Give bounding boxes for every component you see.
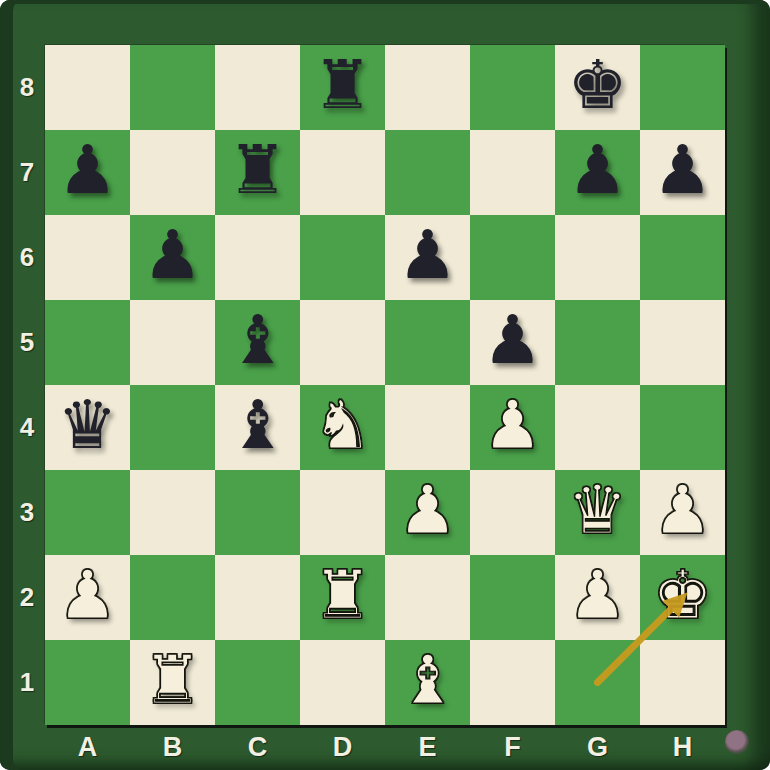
square-d1[interactable] [300, 640, 385, 725]
square-b3[interactable] [130, 470, 215, 555]
square-h1[interactable] [640, 640, 725, 725]
black-king-g8[interactable]: ♚ [555, 43, 640, 128]
square-b2[interactable] [130, 555, 215, 640]
square-c4[interactable]: ♝ [215, 385, 300, 470]
square-b7[interactable] [130, 130, 215, 215]
square-c7[interactable]: ♜ [215, 130, 300, 215]
black-pawn-e6[interactable]: ♟ [385, 213, 470, 298]
rank-labels: 87654321 [0, 45, 45, 725]
square-h6[interactable] [640, 215, 725, 300]
black-pawn-b6[interactable]: ♟ [130, 213, 215, 298]
square-g5[interactable] [555, 300, 640, 385]
square-g6[interactable] [555, 215, 640, 300]
square-e6[interactable]: ♟ [385, 215, 470, 300]
square-f6[interactable] [470, 215, 555, 300]
square-e5[interactable] [385, 300, 470, 385]
white-knight-d4[interactable]: ♞ [300, 383, 385, 468]
square-a2[interactable]: ♟ [45, 555, 130, 640]
square-a8[interactable] [45, 45, 130, 130]
square-h4[interactable] [640, 385, 725, 470]
white-rook-d2[interactable]: ♜ [300, 553, 385, 638]
black-queen-a4[interactable]: ♛ [45, 383, 130, 468]
square-d6[interactable] [300, 215, 385, 300]
square-d7[interactable] [300, 130, 385, 215]
square-e4[interactable] [385, 385, 470, 470]
corner-dot [725, 730, 749, 754]
square-b1[interactable]: ♜ [130, 640, 215, 725]
rank-label-4: 4 [0, 385, 45, 470]
file-label-f: F [470, 725, 555, 770]
black-bishop-c5[interactable]: ♝ [215, 298, 300, 383]
file-label-c: C [215, 725, 300, 770]
black-rook-d8[interactable]: ♜ [300, 43, 385, 128]
square-e1[interactable]: ♝ [385, 640, 470, 725]
square-h3[interactable]: ♟ [640, 470, 725, 555]
square-g4[interactable] [555, 385, 640, 470]
file-labels: ABCDEFGH [45, 725, 725, 770]
rank-label-8: 8 [0, 45, 45, 130]
black-rook-c7[interactable]: ♜ [215, 128, 300, 213]
white-queen-g3[interactable]: ♛ [555, 468, 640, 553]
square-b8[interactable] [130, 45, 215, 130]
square-e8[interactable] [385, 45, 470, 130]
white-pawn-e3[interactable]: ♟ [385, 468, 470, 553]
rank-label-6: 6 [0, 215, 45, 300]
square-d8[interactable]: ♜ [300, 45, 385, 130]
square-b5[interactable] [130, 300, 215, 385]
black-pawn-a7[interactable]: ♟ [45, 128, 130, 213]
square-e2[interactable] [385, 555, 470, 640]
square-f7[interactable] [470, 130, 555, 215]
white-pawn-g2[interactable]: ♟ [555, 553, 640, 638]
square-f1[interactable] [470, 640, 555, 725]
rank-label-2: 2 [0, 555, 45, 640]
square-c3[interactable] [215, 470, 300, 555]
file-label-e: E [385, 725, 470, 770]
square-f4[interactable]: ♟ [470, 385, 555, 470]
square-g7[interactable]: ♟ [555, 130, 640, 215]
square-b6[interactable]: ♟ [130, 215, 215, 300]
square-f5[interactable]: ♟ [470, 300, 555, 385]
square-h5[interactable] [640, 300, 725, 385]
square-f8[interactable] [470, 45, 555, 130]
square-f3[interactable] [470, 470, 555, 555]
white-pawn-h3[interactable]: ♟ [640, 468, 725, 553]
square-h7[interactable]: ♟ [640, 130, 725, 215]
square-d4[interactable]: ♞ [300, 385, 385, 470]
chess-board-window: ♜♚♟♜♟♟♟♟♝♟♛♝♞♟♟♛♟♟♜♟♚♜♝ 87654321 ABCDEFG… [0, 0, 770, 770]
square-e7[interactable] [385, 130, 470, 215]
square-h8[interactable] [640, 45, 725, 130]
square-d2[interactable]: ♜ [300, 555, 385, 640]
square-c2[interactable] [215, 555, 300, 640]
square-a1[interactable] [45, 640, 130, 725]
file-label-d: D [300, 725, 385, 770]
square-a5[interactable] [45, 300, 130, 385]
square-a7[interactable]: ♟ [45, 130, 130, 215]
square-c1[interactable] [215, 640, 300, 725]
square-a6[interactable] [45, 215, 130, 300]
square-g8[interactable]: ♚ [555, 45, 640, 130]
rank-label-5: 5 [0, 300, 45, 385]
square-d3[interactable] [300, 470, 385, 555]
chess-board[interactable]: ♜♚♟♜♟♟♟♟♝♟♛♝♞♟♟♛♟♟♜♟♚♜♝ [45, 45, 725, 725]
square-e3[interactable]: ♟ [385, 470, 470, 555]
file-label-a: A [45, 725, 130, 770]
file-label-g: G [555, 725, 640, 770]
file-label-h: H [640, 725, 725, 770]
black-pawn-g7[interactable]: ♟ [555, 128, 640, 213]
white-rook-b1[interactable]: ♜ [130, 638, 215, 723]
square-a3[interactable] [45, 470, 130, 555]
square-h2[interactable]: ♚ [640, 555, 725, 640]
white-pawn-f4[interactable]: ♟ [470, 383, 555, 468]
white-bishop-e1[interactable]: ♝ [385, 638, 470, 723]
black-pawn-h7[interactable]: ♟ [640, 128, 725, 213]
square-g1[interactable] [555, 640, 640, 725]
black-bishop-c4[interactable]: ♝ [215, 383, 300, 468]
square-b4[interactable] [130, 385, 215, 470]
square-a4[interactable]: ♛ [45, 385, 130, 470]
rank-label-7: 7 [0, 130, 45, 215]
square-g2[interactable]: ♟ [555, 555, 640, 640]
square-g3[interactable]: ♛ [555, 470, 640, 555]
rank-label-1: 1 [0, 640, 45, 725]
white-pawn-a2[interactable]: ♟ [45, 553, 130, 638]
square-c6[interactable] [215, 215, 300, 300]
black-pawn-f5[interactable]: ♟ [470, 298, 555, 383]
square-f2[interactable] [470, 555, 555, 640]
square-c8[interactable] [215, 45, 300, 130]
white-king-h2[interactable]: ♚ [640, 553, 725, 638]
file-label-b: B [130, 725, 215, 770]
square-c5[interactable]: ♝ [215, 300, 300, 385]
square-d5[interactable] [300, 300, 385, 385]
rank-label-3: 3 [0, 470, 45, 555]
